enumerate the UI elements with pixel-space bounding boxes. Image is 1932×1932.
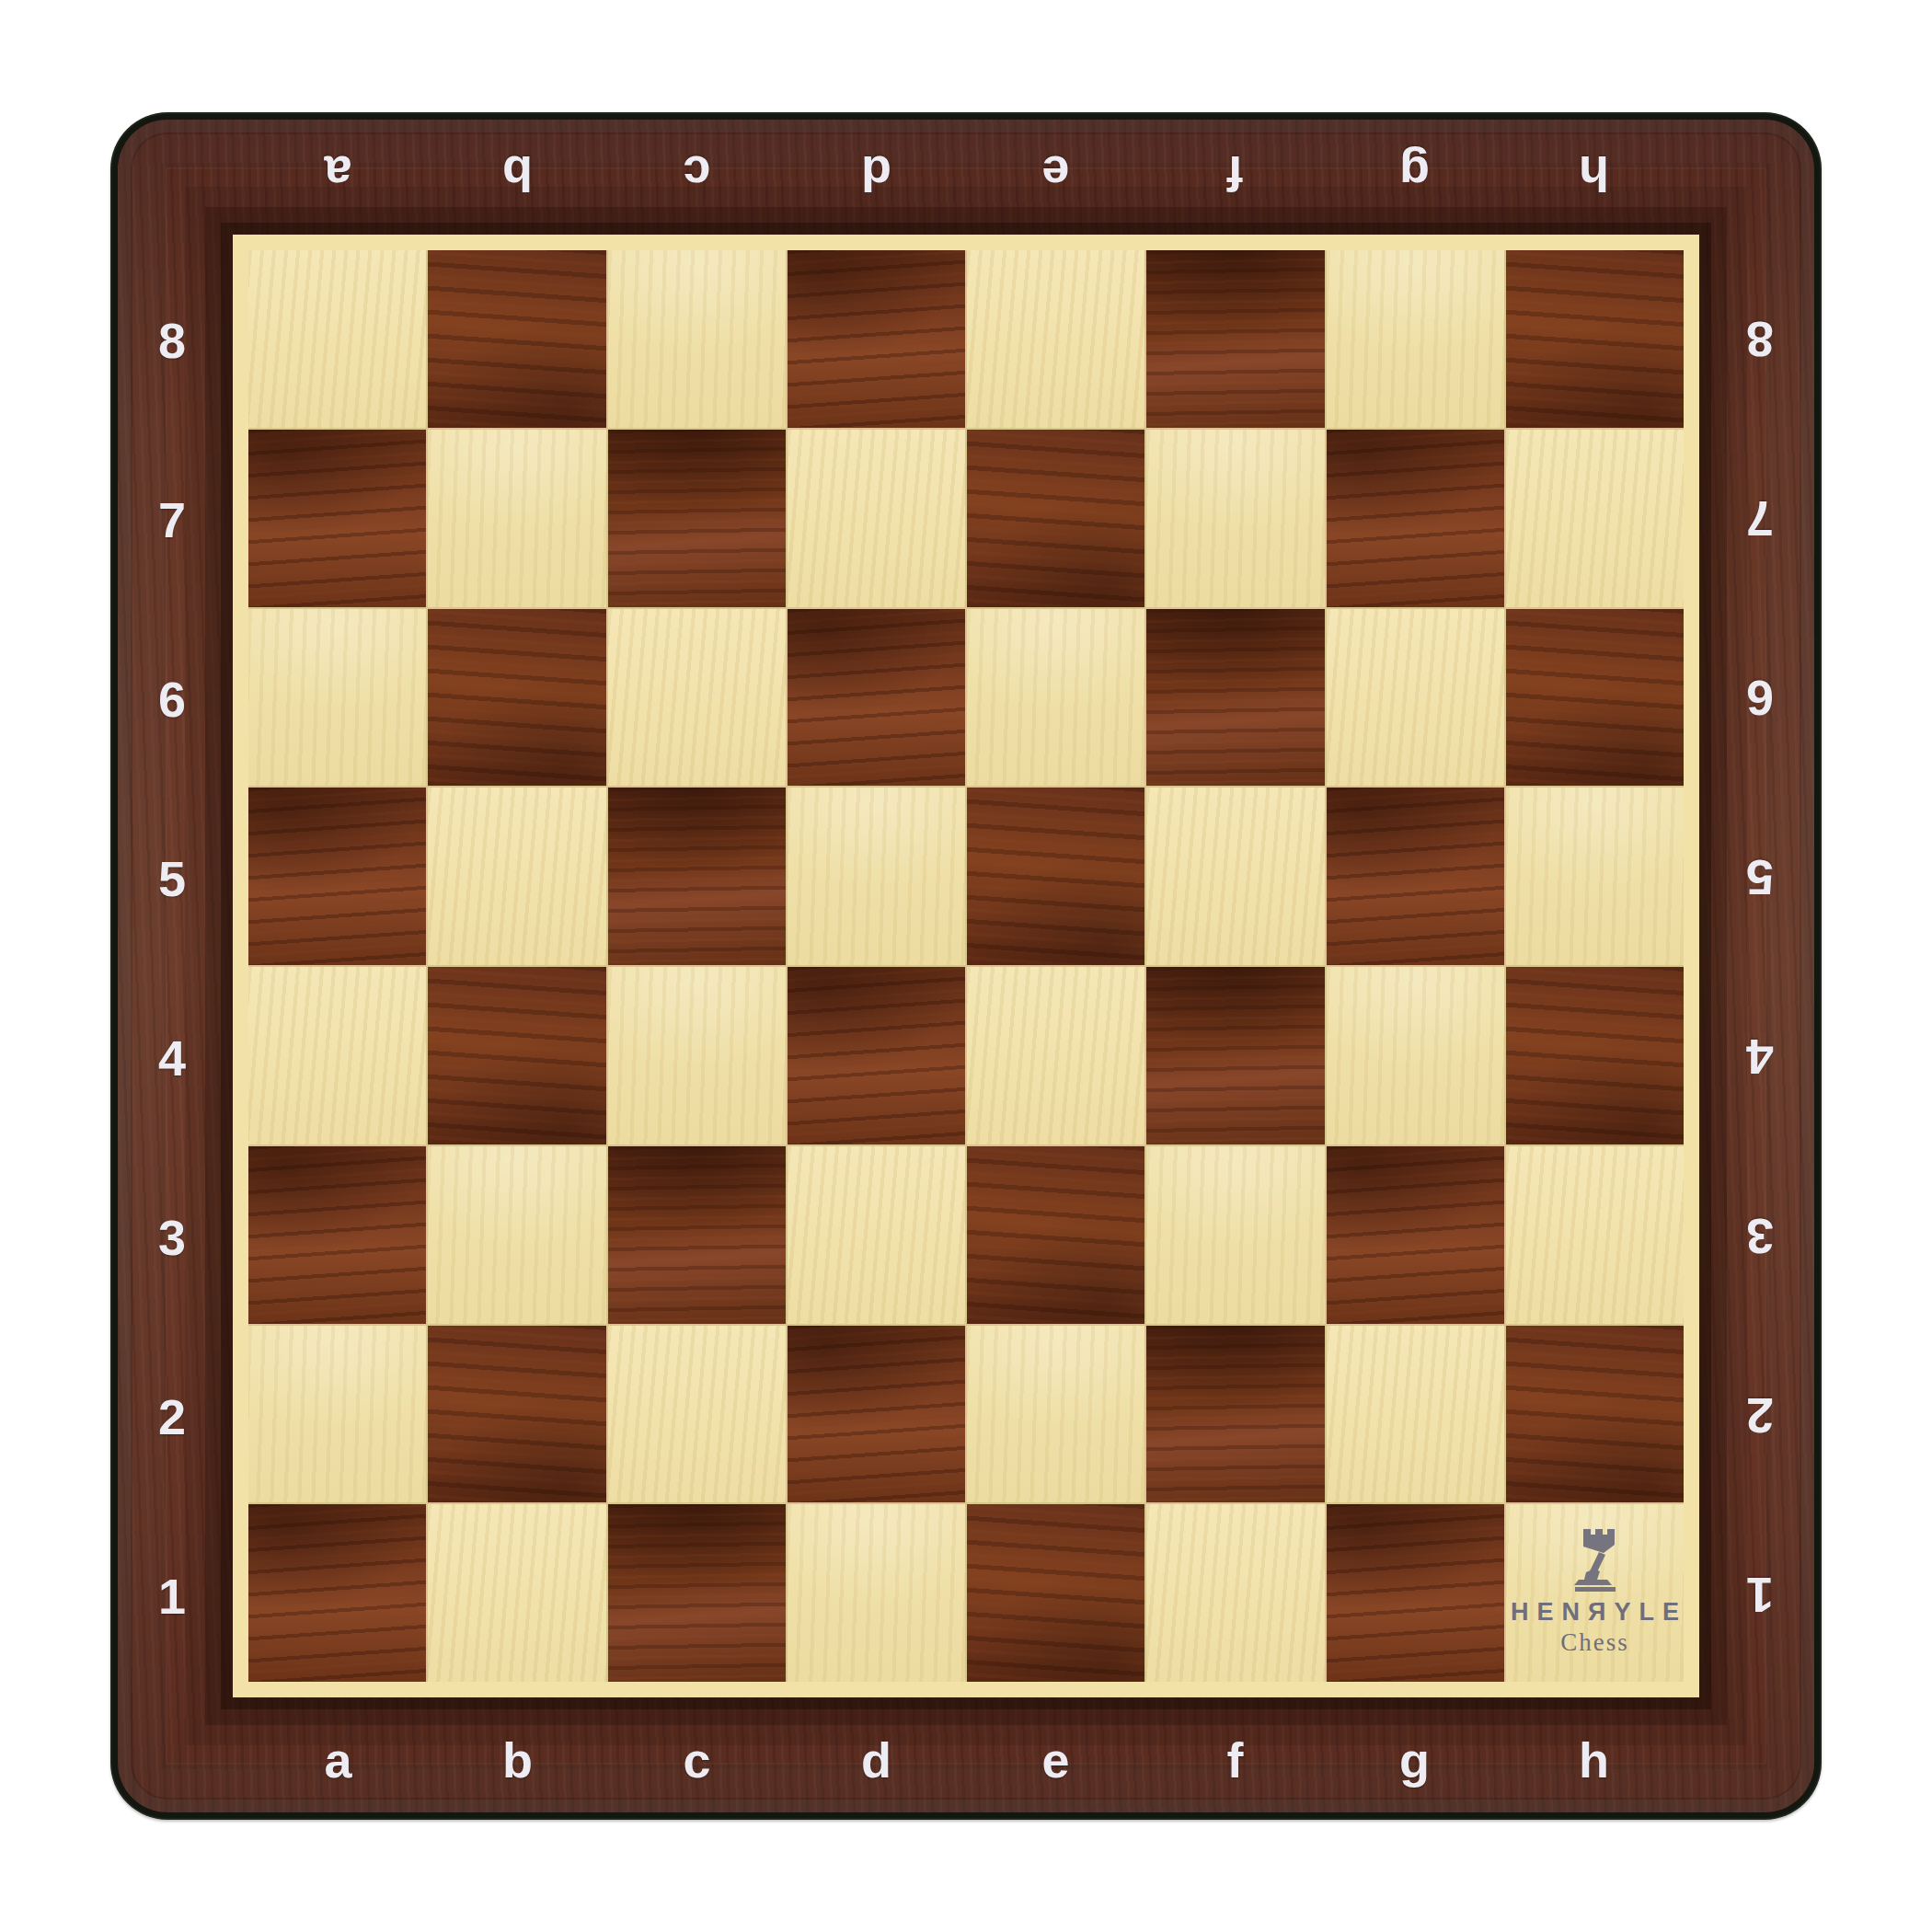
file-label-bottom: g	[1325, 1704, 1504, 1816]
square-f5[interactable]	[1146, 788, 1324, 965]
rank-label-left: 2	[116, 1327, 228, 1506]
file-label-bottom: c	[607, 1704, 787, 1816]
square-a6[interactable]	[248, 609, 426, 787]
file-label-top: c	[607, 118, 787, 230]
square-e5[interactable]	[967, 788, 1144, 965]
page-background: HENЯYLE Chess a b c d e f g h a b c d e …	[0, 0, 1932, 1932]
square-g8[interactable]	[1327, 250, 1504, 428]
square-h5[interactable]	[1506, 788, 1684, 965]
square-g3[interactable]	[1327, 1146, 1504, 1324]
square-c4[interactable]	[608, 967, 786, 1144]
board-frame: HENЯYLE Chess	[118, 120, 1814, 1812]
square-h3[interactable]	[1506, 1146, 1684, 1324]
square-d7[interactable]	[788, 430, 965, 607]
square-c6[interactable]	[608, 609, 786, 787]
square-e1[interactable]	[967, 1504, 1144, 1682]
square-b6[interactable]	[428, 609, 605, 787]
square-f1[interactable]	[1146, 1504, 1324, 1682]
rank-label-right: 3	[1704, 1147, 1816, 1327]
square-h2[interactable]	[1506, 1326, 1684, 1503]
square-g4[interactable]	[1327, 967, 1504, 1144]
square-b8[interactable]	[428, 250, 605, 428]
chess-board: HENЯYLE Chess a b c d e f g h a b c d e …	[110, 112, 1822, 1820]
square-a2[interactable]	[248, 1326, 426, 1503]
file-label-bottom: d	[787, 1704, 966, 1816]
rank-labels-right: 8 7 6 5 4 3 2 1	[1704, 250, 1816, 1685]
file-label-bottom: f	[1145, 1704, 1325, 1816]
rank-label-right: 4	[1704, 968, 1816, 1147]
square-b1[interactable]	[428, 1504, 605, 1682]
square-a3[interactable]	[248, 1146, 426, 1324]
rank-label-left: 5	[116, 788, 228, 968]
square-d8[interactable]	[788, 250, 965, 428]
rank-label-right: 5	[1704, 788, 1816, 968]
square-b3[interactable]	[428, 1146, 605, 1324]
square-f7[interactable]	[1146, 430, 1324, 607]
square-f3[interactable]	[1146, 1146, 1324, 1324]
square-f8[interactable]	[1146, 250, 1324, 428]
square-f4[interactable]	[1146, 967, 1324, 1144]
square-g2[interactable]	[1327, 1326, 1504, 1503]
square-d2[interactable]	[788, 1326, 965, 1503]
square-g1[interactable]	[1327, 1504, 1504, 1682]
rank-label-right: 8	[1704, 250, 1816, 430]
rank-label-right: 6	[1704, 609, 1816, 788]
square-b5[interactable]	[428, 788, 605, 965]
board-grid: HENЯYLE Chess	[248, 250, 1684, 1682]
file-label-bottom: b	[428, 1704, 607, 1816]
file-label-bottom: a	[248, 1704, 428, 1816]
board-margin: HENЯYLE Chess	[233, 235, 1699, 1697]
square-g6[interactable]	[1327, 609, 1504, 787]
square-e6[interactable]	[967, 609, 1144, 787]
square-c2[interactable]	[608, 1326, 786, 1503]
square-e2[interactable]	[967, 1326, 1144, 1503]
square-d1[interactable]	[788, 1504, 965, 1682]
square-e8[interactable]	[967, 250, 1144, 428]
rank-label-left: 8	[116, 250, 228, 430]
square-f6[interactable]	[1146, 609, 1324, 787]
file-label-bottom: e	[966, 1704, 1145, 1816]
rank-label-right: 2	[1704, 1327, 1816, 1506]
square-c8[interactable]	[608, 250, 786, 428]
square-b7[interactable]	[428, 430, 605, 607]
file-label-top: a	[248, 118, 428, 230]
square-h6[interactable]	[1506, 609, 1684, 787]
square-a4[interactable]	[248, 967, 426, 1144]
rank-label-left: 4	[116, 968, 228, 1147]
rank-label-left: 6	[116, 609, 228, 788]
square-e4[interactable]	[967, 967, 1144, 1144]
square-e3[interactable]	[967, 1146, 1144, 1324]
square-a1[interactable]	[248, 1504, 426, 1682]
square-b4[interactable]	[428, 967, 605, 1144]
file-labels-top: a b c d e f g h	[248, 118, 1684, 230]
file-labels-bottom: a b c d e f g h	[248, 1704, 1684, 1816]
square-d6[interactable]	[788, 609, 965, 787]
file-label-top: e	[966, 118, 1145, 230]
file-label-bottom: h	[1504, 1704, 1684, 1816]
rank-label-left: 3	[116, 1147, 228, 1327]
square-c7[interactable]	[608, 430, 786, 607]
brand-name: HENЯYLE	[1502, 1598, 1687, 1627]
square-h7[interactable]	[1506, 430, 1684, 607]
square-a5[interactable]	[248, 788, 426, 965]
square-g7[interactable]	[1327, 430, 1504, 607]
square-h4[interactable]	[1506, 967, 1684, 1144]
file-label-top: f	[1145, 118, 1325, 230]
square-d4[interactable]	[788, 967, 965, 1144]
square-g5[interactable]	[1327, 788, 1504, 965]
file-label-top: h	[1504, 118, 1684, 230]
square-a7[interactable]	[248, 430, 426, 607]
square-c5[interactable]	[608, 788, 786, 965]
square-e7[interactable]	[967, 430, 1144, 607]
square-d3[interactable]	[788, 1146, 965, 1324]
square-b2[interactable]	[428, 1326, 605, 1503]
brand-logo: HENЯYLE Chess	[1506, 1504, 1684, 1682]
file-label-top: d	[787, 118, 966, 230]
brand-subtitle: Chess	[1560, 1628, 1629, 1657]
square-a8[interactable]	[248, 250, 426, 428]
rank-label-left: 7	[116, 430, 228, 609]
rank-label-right: 7	[1704, 430, 1816, 609]
square-c1[interactable]	[608, 1504, 786, 1682]
rank-label-right: 1	[1704, 1506, 1816, 1685]
rook-icon	[1568, 1525, 1623, 1592]
rank-labels-left: 8 7 6 5 4 3 2 1	[116, 250, 228, 1685]
square-h8[interactable]	[1506, 250, 1684, 428]
rank-label-left: 1	[116, 1506, 228, 1685]
file-label-top: b	[428, 118, 607, 230]
square-f2[interactable]	[1146, 1326, 1324, 1503]
file-label-top: g	[1325, 118, 1504, 230]
square-d5[interactable]	[788, 788, 965, 965]
square-c3[interactable]	[608, 1146, 786, 1324]
